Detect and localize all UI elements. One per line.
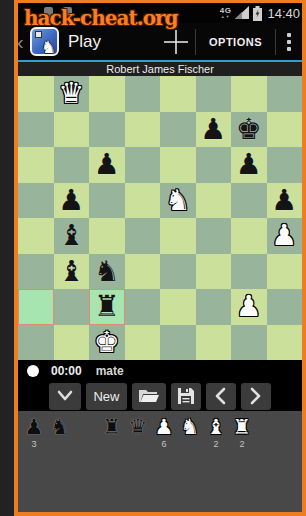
square-a4[interactable] xyxy=(18,218,54,254)
game-status-row: 00:00 mate xyxy=(18,360,302,381)
square-e3[interactable] xyxy=(160,254,196,290)
black-rook-glyph: ♜ xyxy=(103,415,122,439)
square-e6[interactable] xyxy=(160,147,196,183)
square-h6[interactable] xyxy=(267,147,303,183)
square-a6[interactable] xyxy=(18,147,54,183)
opponent-name: Robert James Fischer xyxy=(18,62,302,76)
square-a1[interactable] xyxy=(18,325,54,361)
open-folder-icon xyxy=(138,388,160,404)
black-queen-glyph: ♛ xyxy=(129,415,148,439)
captured-count: 2 xyxy=(239,439,244,449)
square-e5[interactable]: ♞ xyxy=(160,183,196,219)
piece-black-bishop: ♝ xyxy=(58,221,84,250)
network-type-indicator: 4G ▲▼ xyxy=(220,7,232,19)
square-a7[interactable] xyxy=(18,112,54,148)
square-c4[interactable] xyxy=(89,218,125,254)
square-a3[interactable] xyxy=(18,254,54,290)
captured-black-knight: ♞ xyxy=(47,415,73,449)
square-h3[interactable] xyxy=(267,254,303,290)
square-c3[interactable]: ♞ xyxy=(89,254,125,290)
square-h2[interactable] xyxy=(267,289,303,325)
piece-black-king: ♚ xyxy=(236,115,262,144)
square-c6[interactable]: ♟ xyxy=(89,147,125,183)
square-c2[interactable]: ♜ xyxy=(89,289,125,325)
square-g8[interactable] xyxy=(231,76,267,112)
square-e2[interactable] xyxy=(160,289,196,325)
square-c5[interactable] xyxy=(89,183,125,219)
square-f1[interactable] xyxy=(196,325,232,361)
options-button[interactable]: OPTIONS xyxy=(196,25,275,59)
captured-count: 2 xyxy=(213,439,218,449)
app-icon-knight: ♞ xyxy=(41,37,56,57)
bottom-panel: ♟3♞♜♛♟6♞♝2♜2 xyxy=(18,411,302,512)
piece-black-pawn: ♟ xyxy=(58,186,84,215)
square-g3[interactable] xyxy=(231,254,267,290)
square-f5[interactable] xyxy=(196,183,232,219)
status-clock: 14:40 xyxy=(267,6,300,21)
captured-white-pawn: ♟6 xyxy=(151,415,177,449)
square-f4[interactable] xyxy=(196,218,232,254)
square-f6[interactable] xyxy=(196,147,232,183)
white-knight-glyph: ♞ xyxy=(181,415,200,439)
white-rook-glyph: ♜ xyxy=(233,415,252,439)
square-c1[interactable]: ♚ xyxy=(89,325,125,361)
square-h7[interactable] xyxy=(267,112,303,148)
piece-white-king: ♚ xyxy=(94,328,120,357)
square-b7[interactable] xyxy=(54,112,90,148)
square-c7[interactable] xyxy=(89,112,125,148)
square-f3[interactable] xyxy=(196,254,232,290)
square-d2[interactable] xyxy=(125,289,161,325)
square-d1[interactable] xyxy=(125,325,161,361)
expand-button[interactable] xyxy=(49,383,81,410)
chevron-right-icon xyxy=(249,387,262,405)
battery-charging-icon xyxy=(253,6,262,21)
floppy-disk-icon xyxy=(178,388,194,404)
game-result-text: mate xyxy=(96,364,124,378)
captured-black-rook: ♜ xyxy=(99,415,125,449)
chess-board: ♛♟♚♟♟♟♞♟♝♟♝♞♜♟♚ xyxy=(18,76,302,360)
captured-pieces-tray: ♟3♞♜♛♟6♞♝2♜2 xyxy=(18,411,302,449)
square-d3[interactable] xyxy=(125,254,161,290)
square-f2[interactable] xyxy=(196,289,232,325)
square-d5[interactable] xyxy=(125,183,161,219)
piece-white-pawn: ♟ xyxy=(236,292,262,321)
square-a2[interactable] xyxy=(18,289,54,325)
toolbar: New xyxy=(18,381,302,411)
captured-white-knight: ♞ xyxy=(177,415,203,449)
chevron-down-icon xyxy=(55,389,75,403)
chevron-left-icon xyxy=(214,387,227,405)
square-e1[interactable] xyxy=(160,325,196,361)
square-b3[interactable]: ♝ xyxy=(54,254,90,290)
square-e4[interactable] xyxy=(160,218,196,254)
open-file-button[interactable] xyxy=(132,383,166,410)
square-b6[interactable] xyxy=(54,147,90,183)
square-h4[interactable]: ♟ xyxy=(267,218,303,254)
piece-black-pawn: ♟ xyxy=(236,150,262,179)
square-f8[interactable] xyxy=(196,76,232,112)
black-knight-glyph: ♞ xyxy=(51,415,70,439)
piece-black-knight: ♞ xyxy=(94,257,120,286)
square-f7[interactable]: ♟ xyxy=(196,112,232,148)
save-button[interactable] xyxy=(171,383,201,410)
captured-white-bishop: ♝2 xyxy=(203,415,229,449)
captured-white-rook: ♜2 xyxy=(229,415,255,449)
square-b2[interactable] xyxy=(54,289,90,325)
signal-strength-icon xyxy=(234,6,250,20)
square-e7[interactable] xyxy=(160,112,196,148)
piece-black-pawn: ♟ xyxy=(94,150,120,179)
square-g6[interactable]: ♟ xyxy=(231,147,267,183)
new-button[interactable]: New xyxy=(86,383,126,410)
phone-screen: 4G ▲▼ 14:40 hack-cheat.org ‹ ♞ Play xyxy=(14,0,306,516)
piece-black-rook: ♜ xyxy=(94,292,120,321)
white-bishop-glyph: ♝ xyxy=(207,415,226,439)
piece-white-queen: ♛ xyxy=(58,79,84,108)
square-a8[interactable] xyxy=(18,76,54,112)
square-g7[interactable]: ♚ xyxy=(231,112,267,148)
captured-count: 3 xyxy=(31,439,36,449)
captured-black-queen: ♛ xyxy=(125,415,151,449)
piece-black-pawn: ♟ xyxy=(200,115,226,144)
captured-black-pawn: ♟3 xyxy=(21,415,47,449)
piece-black-bishop: ♝ xyxy=(58,257,84,286)
piece-black-pawn: ♟ xyxy=(271,186,297,215)
previous-move-button[interactable] xyxy=(206,383,236,410)
square-c8[interactable] xyxy=(89,76,125,112)
overflow-menu-icon[interactable] xyxy=(276,25,302,59)
white-pawn-glyph: ♟ xyxy=(155,415,174,439)
square-h5[interactable]: ♟ xyxy=(267,183,303,219)
plus-icon xyxy=(163,29,189,55)
piece-white-pawn: ♟ xyxy=(271,221,297,250)
square-b5[interactable]: ♟ xyxy=(54,183,90,219)
square-h1[interactable] xyxy=(267,325,303,361)
back-chevron-icon[interactable]: ‹ xyxy=(17,32,27,52)
move-clock: 00:00 xyxy=(51,364,82,378)
square-b4[interactable]: ♝ xyxy=(54,218,90,254)
page-title: Play xyxy=(68,32,101,52)
square-e8[interactable] xyxy=(160,76,196,112)
square-d8[interactable] xyxy=(125,76,161,112)
app-icon[interactable]: ♞ xyxy=(30,27,59,56)
square-d6[interactable] xyxy=(125,147,161,183)
watermark-text: hack-cheat.org xyxy=(24,6,178,30)
piece-white-knight: ♞ xyxy=(165,186,191,215)
square-g1[interactable] xyxy=(231,325,267,361)
captured-count: 6 xyxy=(161,439,166,449)
engine-status-dot xyxy=(27,365,39,377)
captured-empty-slot xyxy=(73,415,99,449)
status-bar: 4G ▲▼ 14:40 hack-cheat.org xyxy=(18,3,302,23)
square-g2[interactable]: ♟ xyxy=(231,289,267,325)
square-d4[interactable] xyxy=(125,218,161,254)
square-b8[interactable]: ♛ xyxy=(54,76,90,112)
data-activity-arrows: ▲▼ xyxy=(221,15,231,19)
black-pawn-glyph: ♟ xyxy=(25,415,44,439)
square-b1[interactable] xyxy=(54,325,90,361)
square-a5[interactable] xyxy=(18,183,54,219)
square-g4[interactable] xyxy=(231,218,267,254)
next-move-button[interactable] xyxy=(241,383,271,410)
square-d7[interactable] xyxy=(125,112,161,148)
square-h8[interactable] xyxy=(267,76,303,112)
square-g5[interactable] xyxy=(231,183,267,219)
